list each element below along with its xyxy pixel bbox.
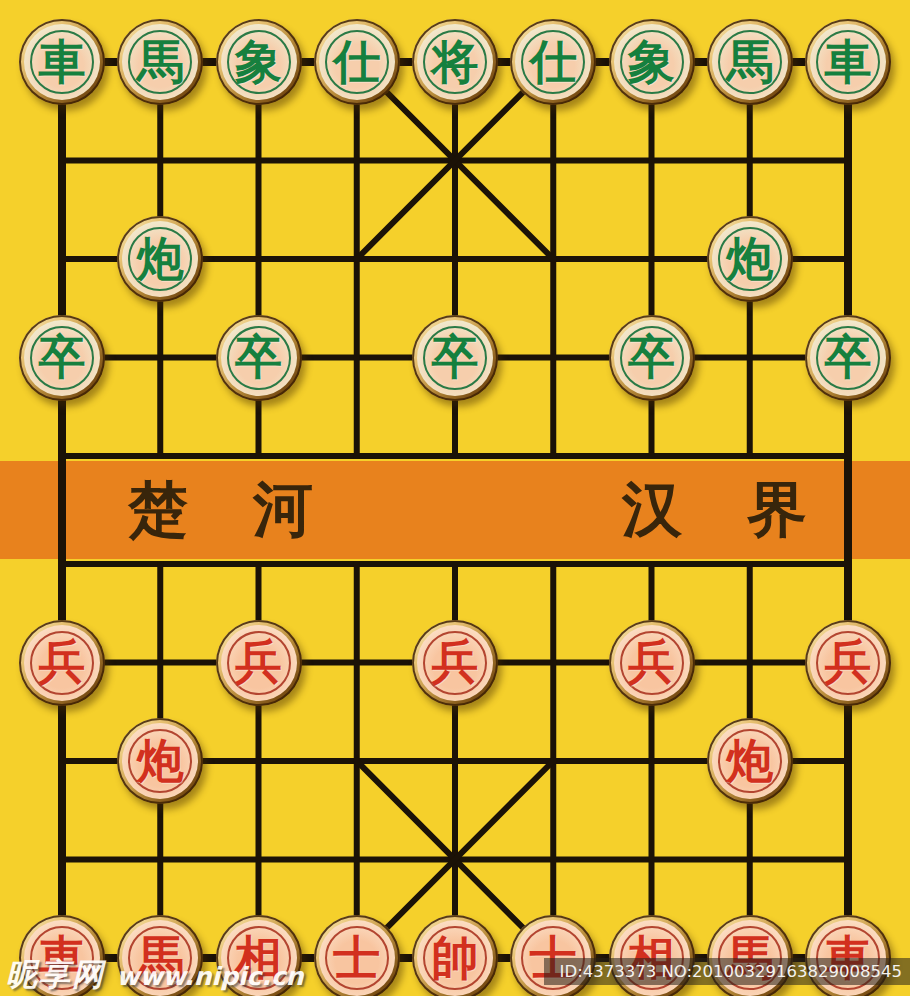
piece-glyph: 兵 [216, 620, 302, 706]
piece-glyph: 卒 [216, 315, 302, 401]
piece-red-soldier-1[interactable]: 兵 [19, 620, 105, 706]
piece-green-cannon-right[interactable]: 炮 [707, 216, 793, 302]
piece-red-soldier-2[interactable]: 兵 [216, 620, 302, 706]
piece-glyph: 象 [609, 19, 695, 105]
piece-glyph: 兵 [805, 620, 891, 706]
piece-green-chariot-left[interactable]: 車 [19, 19, 105, 105]
watermark-site-url: www.nipic.cn [117, 962, 304, 991]
piece-red-cannon-right[interactable]: 炮 [707, 718, 793, 804]
piece-glyph: 車 [805, 19, 891, 105]
piece-glyph: 将 [412, 19, 498, 105]
piece-glyph: 馬 [707, 19, 793, 105]
piece-red-soldier-3[interactable]: 兵 [412, 620, 498, 706]
piece-red-soldier-4[interactable]: 兵 [609, 620, 695, 706]
piece-glyph: 兵 [19, 620, 105, 706]
piece-red-soldier-5[interactable]: 兵 [805, 620, 891, 706]
piece-green-horse-right[interactable]: 馬 [707, 19, 793, 105]
piece-green-soldier-3[interactable]: 卒 [412, 315, 498, 401]
piece-green-soldier-4[interactable]: 卒 [609, 315, 695, 401]
piece-glyph: 象 [216, 19, 302, 105]
piece-glyph: 炮 [117, 216, 203, 302]
watermark-site-name: 昵享网 [6, 956, 105, 992]
piece-glyph: 卒 [412, 315, 498, 401]
piece-glyph: 卒 [19, 315, 105, 401]
piece-glyph: 車 [19, 19, 105, 105]
piece-green-soldier-5[interactable]: 卒 [805, 315, 891, 401]
xiangqi-board-image: 楚 河 汉 界 [0, 0, 910, 996]
piece-glyph: 馬 [117, 19, 203, 105]
piece-green-chariot-right[interactable]: 車 [805, 19, 891, 105]
piece-red-advisor-left[interactable]: 士 [314, 915, 400, 996]
piece-glyph: 兵 [609, 620, 695, 706]
piece-glyph: 仕 [314, 19, 400, 105]
piece-glyph: 炮 [707, 216, 793, 302]
piece-green-elephant-right[interactable]: 象 [609, 19, 695, 105]
piece-green-general[interactable]: 将 [412, 19, 498, 105]
piece-green-horse-left[interactable]: 馬 [117, 19, 203, 105]
piece-green-cannon-left[interactable]: 炮 [117, 216, 203, 302]
image-id-bar: ID:4373373 NO:20100329163829008545 [544, 958, 910, 985]
piece-glyph: 仕 [510, 19, 596, 105]
pieces-layer: 車馬象仕将仕象馬車炮炮卒卒卒卒卒兵兵兵兵兵炮炮車馬相士帥士相馬車 [0, 0, 910, 996]
piece-glyph: 炮 [707, 718, 793, 804]
piece-glyph: 卒 [805, 315, 891, 401]
piece-glyph: 卒 [609, 315, 695, 401]
piece-glyph: 兵 [412, 620, 498, 706]
piece-glyph: 帥 [412, 915, 498, 996]
piece-green-advisor-left[interactable]: 仕 [314, 19, 400, 105]
piece-green-soldier-2[interactable]: 卒 [216, 315, 302, 401]
piece-red-general[interactable]: 帥 [412, 915, 498, 996]
site-watermark: 昵享网 www.nipic.cn [6, 954, 304, 996]
piece-green-soldier-1[interactable]: 卒 [19, 315, 105, 401]
piece-glyph: 士 [314, 915, 400, 996]
piece-glyph: 炮 [117, 718, 203, 804]
piece-red-cannon-left[interactable]: 炮 [117, 718, 203, 804]
piece-green-advisor-right[interactable]: 仕 [510, 19, 596, 105]
piece-green-elephant-left[interactable]: 象 [216, 19, 302, 105]
